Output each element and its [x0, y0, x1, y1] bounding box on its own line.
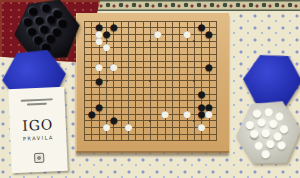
point-11-10[interactable] [161, 84, 168, 91]
point-11-6[interactable] [161, 58, 168, 65]
point-12-14[interactable] [169, 111, 176, 118]
point-9-13[interactable] [147, 104, 154, 111]
point-6-12[interactable] [125, 98, 132, 105]
point-11-12[interactable] [161, 98, 168, 105]
point-10-4[interactable] [154, 45, 161, 52]
point-12-17[interactable] [169, 131, 176, 138]
point-6-11[interactable] [125, 91, 132, 98]
point-1-18[interactable] [88, 137, 95, 144]
point-3-0[interactable] [103, 18, 110, 25]
point-16-9[interactable] [198, 78, 205, 85]
point-4-1[interactable]: ● [110, 25, 117, 32]
point-4-9[interactable] [110, 78, 117, 85]
point-13-17[interactable] [176, 131, 183, 138]
point-7-7[interactable] [132, 64, 139, 71]
point-6-14[interactable] [125, 111, 132, 118]
point-1-8[interactable] [88, 71, 95, 78]
point-7-13[interactable] [132, 104, 139, 111]
point-0-11[interactable] [81, 91, 88, 98]
point-17-12[interactable] [205, 98, 212, 105]
point-8-17[interactable] [140, 131, 147, 138]
point-15-5[interactable] [191, 51, 198, 58]
point-18-7[interactable] [213, 64, 220, 71]
point-17-6[interactable] [205, 58, 212, 65]
point-17-8[interactable] [205, 71, 212, 78]
point-4-4[interactable] [110, 45, 117, 52]
point-3-16[interactable]: ● [103, 124, 110, 131]
point-15-8[interactable] [191, 71, 198, 78]
point-3-2[interactable]: ● [103, 31, 110, 38]
point-7-3[interactable] [132, 38, 139, 45]
point-9-1[interactable] [147, 25, 154, 32]
point-5-15[interactable] [118, 117, 125, 124]
point-0-12[interactable] [81, 98, 88, 105]
point-7-8[interactable] [132, 71, 139, 78]
point-8-0[interactable] [140, 18, 147, 25]
point-14-2[interactable]: ● [183, 31, 190, 38]
point-0-18[interactable] [81, 137, 88, 144]
point-8-18[interactable] [140, 137, 147, 144]
point-11-8[interactable] [161, 71, 168, 78]
point-16-16[interactable]: ● [198, 124, 205, 131]
point-11-15[interactable] [161, 117, 168, 124]
point-5-17[interactable] [118, 131, 125, 138]
point-8-12[interactable] [140, 98, 147, 105]
point-10-1[interactable] [154, 25, 161, 32]
point-8-11[interactable] [140, 91, 147, 98]
point-18-14[interactable] [213, 111, 220, 118]
point-2-5[interactable] [96, 51, 103, 58]
point-12-3[interactable] [169, 38, 176, 45]
point-5-11[interactable] [118, 91, 125, 98]
point-5-2[interactable] [118, 31, 125, 38]
rules-booklet[interactable]: IGO PRAVILA [8, 87, 68, 173]
point-14-16[interactable] [183, 124, 190, 131]
point-12-8[interactable] [169, 71, 176, 78]
point-15-0[interactable] [191, 18, 198, 25]
point-18-3[interactable] [213, 38, 220, 45]
point-17-7[interactable]: ● [205, 64, 212, 71]
point-10-7[interactable] [154, 64, 161, 71]
point-18-17[interactable] [213, 131, 220, 138]
point-7-5[interactable] [132, 51, 139, 58]
point-18-9[interactable] [213, 78, 220, 85]
point-6-1[interactable] [125, 25, 132, 32]
point-4-3[interactable] [110, 38, 117, 45]
point-10-14[interactable] [154, 111, 161, 118]
point-18-6[interactable] [213, 58, 220, 65]
point-16-2[interactable] [198, 31, 205, 38]
point-14-10[interactable] [183, 84, 190, 91]
point-8-13[interactable] [140, 104, 147, 111]
point-2-9[interactable]: ● [96, 78, 103, 85]
point-10-5[interactable] [154, 51, 161, 58]
point-13-11[interactable] [176, 91, 183, 98]
point-13-16[interactable] [176, 124, 183, 131]
point-12-1[interactable] [169, 25, 176, 32]
point-17-9[interactable] [205, 78, 212, 85]
point-15-17[interactable] [191, 131, 198, 138]
point-10-10[interactable] [154, 84, 161, 91]
point-8-14[interactable] [140, 111, 147, 118]
point-18-13[interactable] [213, 104, 220, 111]
point-11-0[interactable] [161, 18, 168, 25]
point-12-10[interactable] [169, 84, 176, 91]
point-6-16[interactable]: ● [125, 124, 132, 131]
point-11-13[interactable] [161, 104, 168, 111]
point-9-10[interactable] [147, 84, 154, 91]
point-13-1[interactable] [176, 25, 183, 32]
point-16-4[interactable] [198, 45, 205, 52]
point-18-15[interactable] [213, 117, 220, 124]
point-5-18[interactable] [118, 137, 125, 144]
point-16-0[interactable] [198, 18, 205, 25]
point-18-11[interactable] [213, 91, 220, 98]
point-3-13[interactable] [103, 104, 110, 111]
point-0-1[interactable] [81, 25, 88, 32]
point-10-3[interactable] [154, 38, 161, 45]
point-18-1[interactable] [213, 25, 220, 32]
point-18-18[interactable] [213, 137, 220, 144]
point-1-1[interactable] [88, 25, 95, 32]
point-14-12[interactable] [183, 98, 190, 105]
point-12-13[interactable] [169, 104, 176, 111]
point-8-5[interactable] [140, 51, 147, 58]
point-2-7[interactable]: ● [96, 64, 103, 71]
point-14-4[interactable] [183, 45, 190, 52]
point-11-5[interactable] [161, 51, 168, 58]
point-5-12[interactable] [118, 98, 125, 105]
point-13-18[interactable] [176, 137, 183, 144]
point-18-5[interactable] [213, 51, 220, 58]
point-13-4[interactable] [176, 45, 183, 52]
point-2-6[interactable] [96, 58, 103, 65]
point-11-7[interactable] [161, 64, 168, 71]
point-11-11[interactable] [161, 91, 168, 98]
point-6-9[interactable] [125, 78, 132, 85]
point-5-4[interactable] [118, 45, 125, 52]
point-17-5[interactable] [205, 51, 212, 58]
point-15-9[interactable] [191, 78, 198, 85]
point-7-10[interactable] [132, 84, 139, 91]
point-4-11[interactable] [110, 91, 117, 98]
point-13-9[interactable] [176, 78, 183, 85]
point-5-16[interactable] [118, 124, 125, 131]
point-13-6[interactable] [176, 58, 183, 65]
point-9-14[interactable] [147, 111, 154, 118]
point-6-13[interactable] [125, 104, 132, 111]
point-2-0[interactable] [96, 18, 103, 25]
point-8-16[interactable] [140, 124, 147, 131]
point-2-11[interactable] [96, 91, 103, 98]
point-12-12[interactable] [169, 98, 176, 105]
point-3-17[interactable] [103, 131, 110, 138]
point-15-3[interactable] [191, 38, 198, 45]
point-16-15[interactable] [198, 117, 205, 124]
point-0-13[interactable] [81, 104, 88, 111]
point-16-17[interactable] [198, 131, 205, 138]
point-10-8[interactable] [154, 71, 161, 78]
point-6-7[interactable] [125, 64, 132, 71]
point-12-9[interactable] [169, 78, 176, 85]
point-18-10[interactable] [213, 84, 220, 91]
point-3-6[interactable] [103, 58, 110, 65]
point-5-14[interactable] [118, 111, 125, 118]
point-4-7[interactable]: ● [110, 64, 117, 71]
point-15-10[interactable] [191, 84, 198, 91]
go-board[interactable]: ●●●●●●●●●●●●●●●●●●●●●●●●●●● [76, 13, 229, 153]
point-14-1[interactable] [183, 25, 190, 32]
point-9-7[interactable] [147, 64, 154, 71]
blue-bowl-lid-right[interactable] [241, 53, 300, 107]
point-14-7[interactable] [183, 64, 190, 71]
point-17-2[interactable]: ● [205, 31, 212, 38]
point-16-6[interactable] [198, 58, 205, 65]
point-9-16[interactable] [147, 124, 154, 131]
point-0-3[interactable] [81, 38, 88, 45]
point-9-11[interactable] [147, 91, 154, 98]
point-4-17[interactable] [110, 131, 117, 138]
point-9-6[interactable] [147, 58, 154, 65]
point-3-10[interactable] [103, 84, 110, 91]
point-3-5[interactable] [103, 51, 110, 58]
point-7-11[interactable] [132, 91, 139, 98]
point-12-6[interactable] [169, 58, 176, 65]
point-10-2[interactable]: ● [154, 31, 161, 38]
point-0-9[interactable] [81, 78, 88, 85]
point-6-6[interactable] [125, 58, 132, 65]
point-11-16[interactable] [161, 124, 168, 131]
point-15-15[interactable] [191, 117, 198, 124]
point-4-2[interactable] [110, 31, 117, 38]
point-3-1[interactable] [103, 25, 110, 32]
point-16-10[interactable] [198, 84, 205, 91]
point-17-13[interactable]: ● [205, 104, 212, 111]
point-1-10[interactable] [88, 84, 95, 91]
point-3-9[interactable] [103, 78, 110, 85]
point-12-2[interactable] [169, 31, 176, 38]
point-11-14[interactable]: ● [161, 111, 168, 118]
point-18-4[interactable] [213, 45, 220, 52]
point-17-3[interactable] [205, 38, 212, 45]
point-14-18[interactable] [183, 137, 190, 144]
point-9-0[interactable] [147, 18, 154, 25]
point-15-2[interactable] [191, 31, 198, 38]
point-11-2[interactable] [161, 31, 168, 38]
point-11-17[interactable] [161, 131, 168, 138]
point-17-4[interactable] [205, 45, 212, 52]
point-6-8[interactable] [125, 71, 132, 78]
point-4-15[interactable]: ● [110, 117, 117, 124]
point-5-8[interactable] [118, 71, 125, 78]
point-0-15[interactable] [81, 117, 88, 124]
point-4-14[interactable] [110, 111, 117, 118]
point-17-10[interactable] [205, 84, 212, 91]
point-13-15[interactable] [176, 117, 183, 124]
point-1-15[interactable] [88, 117, 95, 124]
point-8-1[interactable] [140, 25, 147, 32]
point-2-13[interactable]: ● [96, 104, 103, 111]
point-7-2[interactable] [132, 31, 139, 38]
point-15-4[interactable] [191, 45, 198, 52]
point-1-2[interactable] [88, 31, 95, 38]
point-18-0[interactable] [213, 18, 220, 25]
point-11-18[interactable] [161, 137, 168, 144]
point-2-16[interactable] [96, 124, 103, 131]
point-7-1[interactable] [132, 25, 139, 32]
point-7-6[interactable] [132, 58, 139, 65]
point-13-3[interactable] [176, 38, 183, 45]
point-7-9[interactable] [132, 78, 139, 85]
point-7-17[interactable] [132, 131, 139, 138]
point-6-5[interactable] [125, 51, 132, 58]
point-16-11[interactable]: ● [198, 91, 205, 98]
point-17-11[interactable] [205, 91, 212, 98]
point-1-9[interactable] [88, 78, 95, 85]
point-2-18[interactable] [96, 137, 103, 144]
point-7-14[interactable] [132, 111, 139, 118]
point-10-12[interactable] [154, 98, 161, 105]
point-5-6[interactable] [118, 58, 125, 65]
point-10-6[interactable] [154, 58, 161, 65]
point-13-0[interactable] [176, 18, 183, 25]
point-16-7[interactable] [198, 64, 205, 71]
point-1-7[interactable] [88, 64, 95, 71]
point-13-8[interactable] [176, 71, 183, 78]
point-7-15[interactable] [132, 117, 139, 124]
point-6-17[interactable] [125, 131, 132, 138]
point-14-14[interactable]: ● [183, 111, 190, 118]
point-1-4[interactable] [88, 45, 95, 52]
point-5-5[interactable] [118, 51, 125, 58]
point-6-18[interactable] [125, 137, 132, 144]
point-15-12[interactable] [191, 98, 198, 105]
point-17-1[interactable] [205, 25, 212, 32]
point-12-0[interactable] [169, 18, 176, 25]
point-14-13[interactable] [183, 104, 190, 111]
point-2-15[interactable] [96, 117, 103, 124]
point-12-16[interactable] [169, 124, 176, 131]
point-6-3[interactable] [125, 38, 132, 45]
point-10-17[interactable] [154, 131, 161, 138]
point-16-8[interactable] [198, 71, 205, 78]
point-4-12[interactable] [110, 98, 117, 105]
point-8-4[interactable] [140, 45, 147, 52]
point-17-0[interactable] [205, 18, 212, 25]
point-1-6[interactable] [88, 58, 95, 65]
point-17-14[interactable]: ● [205, 111, 212, 118]
point-14-15[interactable] [183, 117, 190, 124]
point-5-10[interactable] [118, 84, 125, 91]
point-14-8[interactable] [183, 71, 190, 78]
point-3-3[interactable] [103, 38, 110, 45]
point-6-10[interactable] [125, 84, 132, 91]
point-17-15[interactable] [205, 117, 212, 124]
point-13-12[interactable] [176, 98, 183, 105]
point-6-4[interactable] [125, 45, 132, 52]
point-0-7[interactable] [81, 64, 88, 71]
point-5-9[interactable] [118, 78, 125, 85]
point-3-4[interactable]: ● [103, 45, 110, 52]
point-2-17[interactable] [96, 131, 103, 138]
point-10-9[interactable] [154, 78, 161, 85]
point-15-7[interactable] [191, 64, 198, 71]
point-16-3[interactable] [198, 38, 205, 45]
point-9-15[interactable] [147, 117, 154, 124]
point-3-11[interactable] [103, 91, 110, 98]
point-14-6[interactable] [183, 58, 190, 65]
point-10-13[interactable] [154, 104, 161, 111]
point-14-9[interactable] [183, 78, 190, 85]
point-1-13[interactable] [88, 104, 95, 111]
point-15-14[interactable] [191, 111, 198, 118]
point-7-12[interactable] [132, 98, 139, 105]
point-10-15[interactable] [154, 117, 161, 124]
point-4-18[interactable] [110, 137, 117, 144]
point-3-18[interactable] [103, 137, 110, 144]
point-4-5[interactable] [110, 51, 117, 58]
point-7-0[interactable] [132, 18, 139, 25]
point-15-16[interactable] [191, 124, 198, 131]
point-16-14[interactable]: ● [198, 111, 205, 118]
point-12-11[interactable] [169, 91, 176, 98]
point-6-15[interactable] [125, 117, 132, 124]
point-13-2[interactable] [176, 31, 183, 38]
point-2-3[interactable]: ● [96, 38, 103, 45]
point-0-10[interactable] [81, 84, 88, 91]
point-0-8[interactable] [81, 71, 88, 78]
point-17-17[interactable] [205, 131, 212, 138]
point-15-1[interactable] [191, 25, 198, 32]
point-11-3[interactable] [161, 38, 168, 45]
point-9-12[interactable] [147, 98, 154, 105]
point-12-5[interactable] [169, 51, 176, 58]
point-1-12[interactable] [88, 98, 95, 105]
point-4-8[interactable] [110, 71, 117, 78]
point-10-11[interactable] [154, 91, 161, 98]
point-13-14[interactable] [176, 111, 183, 118]
point-0-16[interactable] [81, 124, 88, 131]
point-6-2[interactable] [125, 31, 132, 38]
point-5-13[interactable] [118, 104, 125, 111]
point-0-0[interactable] [81, 18, 88, 25]
point-3-15[interactable] [103, 117, 110, 124]
point-5-3[interactable] [118, 38, 125, 45]
point-14-3[interactable] [183, 38, 190, 45]
point-0-2[interactable] [81, 31, 88, 38]
point-7-18[interactable] [132, 137, 139, 144]
point-10-16[interactable] [154, 124, 161, 131]
point-16-1[interactable]: ● [198, 25, 205, 32]
point-3-8[interactable] [103, 71, 110, 78]
point-16-12[interactable] [198, 98, 205, 105]
point-8-9[interactable] [140, 78, 147, 85]
point-16-18[interactable] [198, 137, 205, 144]
point-9-2[interactable] [147, 31, 154, 38]
point-1-16[interactable] [88, 124, 95, 131]
point-11-4[interactable] [161, 45, 168, 52]
point-9-17[interactable] [147, 131, 154, 138]
point-5-0[interactable] [118, 18, 125, 25]
point-18-16[interactable] [213, 124, 220, 131]
point-2-8[interactable] [96, 71, 103, 78]
point-11-9[interactable] [161, 78, 168, 85]
point-12-15[interactable] [169, 117, 176, 124]
point-17-18[interactable] [205, 137, 212, 144]
point-14-11[interactable] [183, 91, 190, 98]
point-2-14[interactable] [96, 111, 103, 118]
point-1-0[interactable] [88, 18, 95, 25]
